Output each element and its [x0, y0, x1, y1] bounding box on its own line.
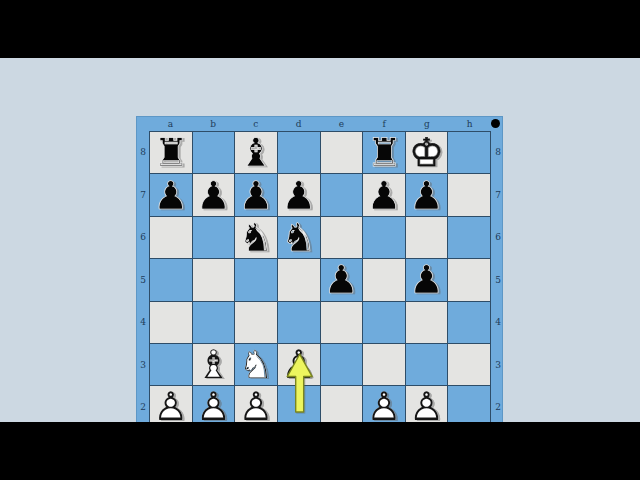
rank-label-left-8: 8 [137, 131, 149, 174]
rank-label-right-7: 7 [492, 174, 504, 217]
file-label-top-g: g [406, 117, 449, 131]
letterbox-bottom-bar [0, 422, 640, 480]
file-label-top-e: e [320, 117, 363, 131]
rank-label-left-7: 7 [137, 174, 149, 217]
file-label-top-f: f [363, 117, 406, 131]
rank-label-right-8: 8 [492, 131, 504, 174]
black-to-move-indicator [491, 119, 500, 128]
rank-label-right-5: 5 [492, 259, 504, 302]
rank-label-left-4: 4 [137, 301, 149, 344]
file-label-top-h: h [448, 117, 491, 131]
last-move-arrow [151, 133, 491, 471]
video-frame-background: abcdefgh 87654321 ♜♝♜♚♔♟♟♟♟♟♟♞♞♟♟♝♗♞♘♟♙♟… [0, 58, 640, 422]
file-label-top-b: b [192, 117, 235, 131]
rank-label-left-3: 3 [137, 344, 149, 387]
chess-board: ♜♝♜♚♔♟♟♟♟♟♟♞♞♟♟♝♗♞♘♟♙♟♙♟♙♟♙♟♙♟♙♜♖♝♗♚♔♜♖ [149, 131, 491, 471]
letterbox-top-bar [0, 0, 640, 58]
rank-label-left-6: 6 [137, 216, 149, 259]
rank-label-right-4: 4 [492, 301, 504, 344]
rank-label-right-6: 6 [492, 216, 504, 259]
rank-label-left-5: 5 [137, 259, 149, 302]
file-label-top-d: d [277, 117, 320, 131]
file-label-top-c: c [235, 117, 278, 131]
rank-labels-right: 87654321 [492, 131, 504, 471]
rank-labels-left: 87654321 [137, 131, 149, 471]
file-label-top-a: a [149, 117, 192, 131]
file-labels-top: abcdefgh [149, 117, 491, 131]
rank-label-right-3: 3 [492, 344, 504, 387]
